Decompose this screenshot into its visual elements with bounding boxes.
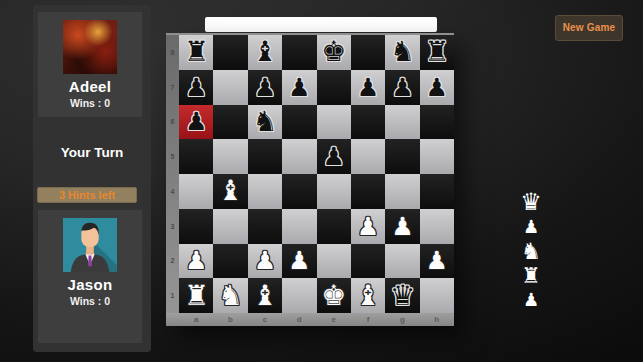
square-b4[interactable]: ♝ bbox=[213, 174, 247, 209]
rank-label-2: 2 bbox=[166, 244, 179, 279]
captured-white-queen: ♛ bbox=[520, 190, 542, 215]
rank-label-7: 7 bbox=[166, 70, 179, 105]
board-squares: ♜♝♚♞♜♟♟♟♟♟♟♟♞♟♝♟♟♟♟♟♟♜♞♝♚♝♛ bbox=[179, 35, 454, 313]
square-g7[interactable]: ♟ bbox=[385, 70, 419, 105]
square-a4[interactable] bbox=[179, 174, 213, 209]
user-card: Jason Wins : 0 bbox=[38, 210, 142, 343]
white-pawn[interactable]: ♟ bbox=[282, 244, 316, 279]
captured-pieces-tray: ♛♟♞♜♟ bbox=[516, 190, 546, 313]
black-knight[interactable]: ♞ bbox=[248, 105, 282, 140]
ad-banner bbox=[205, 17, 437, 32]
black-knight[interactable]: ♞ bbox=[385, 35, 419, 70]
white-pawn[interactable]: ♟ bbox=[385, 209, 419, 244]
square-c8[interactable]: ♝ bbox=[248, 35, 282, 70]
square-e6[interactable] bbox=[317, 105, 351, 140]
square-c4[interactable] bbox=[248, 174, 282, 209]
square-b2[interactable] bbox=[213, 244, 247, 279]
square-f1[interactable]: ♝ bbox=[351, 278, 385, 313]
square-b8[interactable] bbox=[213, 35, 247, 70]
square-h8[interactable]: ♜ bbox=[420, 35, 454, 70]
square-b3[interactable] bbox=[213, 209, 247, 244]
square-d4[interactable] bbox=[282, 174, 316, 209]
black-king[interactable]: ♚ bbox=[317, 35, 351, 70]
square-e1[interactable]: ♚ bbox=[317, 278, 351, 313]
file-label-d: d bbox=[282, 313, 316, 326]
black-queen[interactable]: ♛ bbox=[385, 278, 419, 313]
square-e4[interactable] bbox=[317, 174, 351, 209]
square-f8[interactable] bbox=[351, 35, 385, 70]
black-pawn[interactable]: ♟ bbox=[179, 70, 213, 105]
square-g2[interactable] bbox=[385, 244, 419, 279]
white-bishop[interactable]: ♝ bbox=[248, 278, 282, 313]
file-label-e: e bbox=[317, 313, 351, 326]
square-e5[interactable]: ♟ bbox=[317, 139, 351, 174]
white-pawn[interactable]: ♟ bbox=[179, 244, 213, 279]
square-c6[interactable]: ♞ bbox=[248, 105, 282, 140]
square-g8[interactable]: ♞ bbox=[385, 35, 419, 70]
white-rook[interactable]: ♜ bbox=[179, 278, 213, 313]
black-pawn[interactable]: ♟ bbox=[248, 70, 282, 105]
square-d7[interactable]: ♟ bbox=[282, 70, 316, 105]
square-f4[interactable] bbox=[351, 174, 385, 209]
opponent-avatar bbox=[63, 20, 117, 74]
white-pawn[interactable]: ♟ bbox=[420, 244, 454, 279]
opponent-wins: Wins : 0 bbox=[38, 97, 142, 109]
user-wins: Wins : 0 bbox=[38, 295, 142, 307]
captured-white-pawn: ♟ bbox=[523, 215, 539, 240]
rank-label-6: 6 bbox=[166, 105, 179, 140]
new-game-button[interactable]: New Game bbox=[555, 15, 623, 41]
square-a1[interactable]: ♜ bbox=[179, 278, 213, 313]
square-h1[interactable] bbox=[420, 278, 454, 313]
white-pawn[interactable]: ♟ bbox=[351, 209, 385, 244]
rank-label-5: 5 bbox=[166, 139, 179, 174]
square-c7[interactable]: ♟ bbox=[248, 70, 282, 105]
rank-label-8: 8 bbox=[166, 35, 179, 70]
app-window: Adeel Wins : 0 Your Turn 3 Hints left Ja… bbox=[0, 0, 643, 362]
captured-white-knight: ♞ bbox=[521, 239, 542, 264]
file-label-c: c bbox=[248, 313, 282, 326]
hints-button[interactable]: 3 Hints left bbox=[37, 187, 137, 203]
square-g3[interactable]: ♟ bbox=[385, 209, 419, 244]
white-bishop[interactable]: ♝ bbox=[351, 278, 385, 313]
rank-labels: 87654321 bbox=[166, 35, 179, 313]
file-label-h: h bbox=[420, 313, 454, 326]
square-f7[interactable]: ♟ bbox=[351, 70, 385, 105]
square-f6[interactable] bbox=[351, 105, 385, 140]
square-a5[interactable] bbox=[179, 139, 213, 174]
file-labels: abcdefgh bbox=[166, 313, 454, 326]
square-b6[interactable] bbox=[213, 105, 247, 140]
square-f3[interactable]: ♟ bbox=[351, 209, 385, 244]
file-label-f: f bbox=[351, 313, 385, 326]
captured-white-rook: ♜ bbox=[521, 264, 541, 289]
square-a8[interactable]: ♜ bbox=[179, 35, 213, 70]
square-d5[interactable] bbox=[282, 139, 316, 174]
user-name: Jason bbox=[38, 276, 142, 293]
square-e7[interactable] bbox=[317, 70, 351, 105]
turn-indicator: Your Turn bbox=[33, 145, 151, 160]
file-label-a: a bbox=[179, 313, 213, 326]
square-a7[interactable]: ♟ bbox=[179, 70, 213, 105]
square-d2[interactable]: ♟ bbox=[282, 244, 316, 279]
black-pawn[interactable]: ♟ bbox=[420, 70, 454, 105]
opponent-card: Adeel Wins : 0 bbox=[38, 12, 142, 117]
sidebar: Adeel Wins : 0 Your Turn 3 Hints left Ja… bbox=[33, 5, 151, 352]
black-pawn[interactable]: ♟ bbox=[317, 139, 351, 174]
black-pawn[interactable]: ♟ bbox=[385, 70, 419, 105]
square-d3[interactable] bbox=[282, 209, 316, 244]
square-a2[interactable]: ♟ bbox=[179, 244, 213, 279]
captured-white-pawn: ♟ bbox=[523, 288, 539, 313]
square-c1[interactable]: ♝ bbox=[248, 278, 282, 313]
square-f5[interactable] bbox=[351, 139, 385, 174]
black-pawn[interactable]: ♟ bbox=[351, 70, 385, 105]
black-pawn[interactable]: ♟ bbox=[179, 105, 213, 140]
rank-label-1: 1 bbox=[166, 278, 179, 313]
square-g6[interactable] bbox=[385, 105, 419, 140]
square-e8[interactable]: ♚ bbox=[317, 35, 351, 70]
black-pawn[interactable]: ♟ bbox=[282, 70, 316, 105]
square-h5[interactable] bbox=[420, 139, 454, 174]
black-bishop[interactable]: ♝ bbox=[248, 35, 282, 70]
square-c3[interactable] bbox=[248, 209, 282, 244]
square-g1[interactable]: ♛ bbox=[385, 278, 419, 313]
white-bishop[interactable]: ♝ bbox=[213, 174, 247, 209]
square-c2[interactable]: ♟ bbox=[248, 244, 282, 279]
file-label-b: b bbox=[213, 313, 247, 326]
user-avatar bbox=[63, 218, 117, 272]
square-b7[interactable] bbox=[213, 70, 247, 105]
square-d8[interactable] bbox=[282, 35, 316, 70]
black-rook[interactable]: ♜ bbox=[179, 35, 213, 70]
opponent-name: Adeel bbox=[38, 78, 142, 95]
square-h2[interactable]: ♟ bbox=[420, 244, 454, 279]
square-e3[interactable] bbox=[317, 209, 351, 244]
white-knight[interactable]: ♞ bbox=[213, 278, 247, 313]
rank-label-4: 4 bbox=[166, 174, 179, 209]
square-f2[interactable] bbox=[351, 244, 385, 279]
square-c5[interactable] bbox=[248, 139, 282, 174]
square-b1[interactable]: ♞ bbox=[213, 278, 247, 313]
white-king[interactable]: ♚ bbox=[317, 278, 351, 313]
square-h3[interactable] bbox=[420, 209, 454, 244]
square-h7[interactable]: ♟ bbox=[420, 70, 454, 105]
white-pawn[interactable]: ♟ bbox=[248, 244, 282, 279]
square-g4[interactable] bbox=[385, 174, 419, 209]
square-d1[interactable] bbox=[282, 278, 316, 313]
square-a6[interactable]: ♟ bbox=[179, 105, 213, 140]
square-d6[interactable] bbox=[282, 105, 316, 140]
square-h6[interactable] bbox=[420, 105, 454, 140]
square-e2[interactable] bbox=[317, 244, 351, 279]
square-a3[interactable] bbox=[179, 209, 213, 244]
chess-board: 87654321 ♜♝♚♞♜♟♟♟♟♟♟♟♞♟♝♟♟♟♟♟♟♜♞♝♚♝♛ abc… bbox=[166, 33, 454, 326]
black-rook[interactable]: ♜ bbox=[420, 35, 454, 70]
file-label-g: g bbox=[385, 313, 419, 326]
rank-label-3: 3 bbox=[166, 209, 179, 244]
square-h4[interactable] bbox=[420, 174, 454, 209]
square-b5[interactable] bbox=[213, 139, 247, 174]
square-g5[interactable] bbox=[385, 139, 419, 174]
